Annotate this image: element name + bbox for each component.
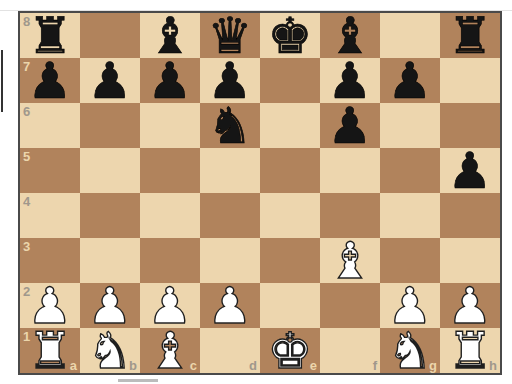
white-pawn[interactable]: ♟ [208, 284, 253, 329]
square-e1[interactable]: e♚ [260, 328, 320, 373]
square-a5[interactable]: 5 [20, 148, 80, 193]
white-bishop[interactable]: ♝ [328, 239, 373, 284]
square-g1[interactable]: g♞ [380, 328, 440, 373]
square-b7[interactable]: ♟ [80, 58, 140, 103]
square-g4[interactable] [380, 193, 440, 238]
square-d4[interactable] [200, 193, 260, 238]
text-cursor-artifact [1, 50, 3, 112]
square-g5[interactable] [380, 148, 440, 193]
black-pawn[interactable]: ♟ [88, 59, 133, 104]
square-c1[interactable]: c♝ [140, 328, 200, 373]
white-knight[interactable]: ♞ [88, 329, 133, 374]
black-rook[interactable]: ♜ [448, 14, 493, 59]
square-b5[interactable] [80, 148, 140, 193]
square-f3[interactable]: ♝ [320, 238, 380, 283]
black-pawn[interactable]: ♟ [28, 59, 73, 104]
rank-coordinate: 3 [23, 240, 30, 253]
square-f1[interactable]: f [320, 328, 380, 373]
square-e3[interactable] [260, 238, 320, 283]
square-h1[interactable]: h♜ [440, 328, 500, 373]
black-pawn[interactable]: ♟ [388, 59, 433, 104]
black-pawn[interactable]: ♟ [148, 59, 193, 104]
square-c4[interactable] [140, 193, 200, 238]
square-a4[interactable]: 4 [20, 193, 80, 238]
square-b1[interactable]: b♞ [80, 328, 140, 373]
square-d2[interactable]: ♟ [200, 283, 260, 328]
black-king[interactable]: ♚ [268, 14, 313, 59]
white-rook[interactable]: ♜ [28, 329, 73, 374]
square-e6[interactable] [260, 103, 320, 148]
square-g7[interactable]: ♟ [380, 58, 440, 103]
square-b4[interactable] [80, 193, 140, 238]
rank-coordinate: 5 [23, 150, 30, 163]
square-f6[interactable]: ♟ [320, 103, 380, 148]
white-bishop[interactable]: ♝ [148, 329, 193, 374]
black-pawn[interactable]: ♟ [328, 104, 373, 149]
black-pawn[interactable]: ♟ [448, 149, 493, 194]
square-d6[interactable]: ♞ [200, 103, 260, 148]
white-knight[interactable]: ♞ [388, 329, 433, 374]
square-a1[interactable]: 1a♜ [20, 328, 80, 373]
white-rook[interactable]: ♜ [448, 329, 493, 374]
file-coordinate: f [373, 359, 377, 372]
square-h5[interactable]: ♟ [440, 148, 500, 193]
square-c5[interactable] [140, 148, 200, 193]
square-a7[interactable]: 7♟ [20, 58, 80, 103]
square-h8[interactable]: ♜ [440, 13, 500, 58]
square-e4[interactable] [260, 193, 320, 238]
white-king[interactable]: ♚ [268, 329, 313, 374]
square-e8[interactable]: ♚ [260, 13, 320, 58]
square-c7[interactable]: ♟ [140, 58, 200, 103]
rank-coordinate: 4 [23, 195, 30, 208]
black-knight[interactable]: ♞ [208, 104, 253, 149]
file-coordinate: d [249, 359, 257, 372]
square-e5[interactable] [260, 148, 320, 193]
chess-board: 8♜♝♛♚♝♜7♟♟♟♟♟♟6♞♟5♟43♝2♟♟♟♟♟♟1a♜b♞c♝de♚f… [18, 11, 502, 375]
